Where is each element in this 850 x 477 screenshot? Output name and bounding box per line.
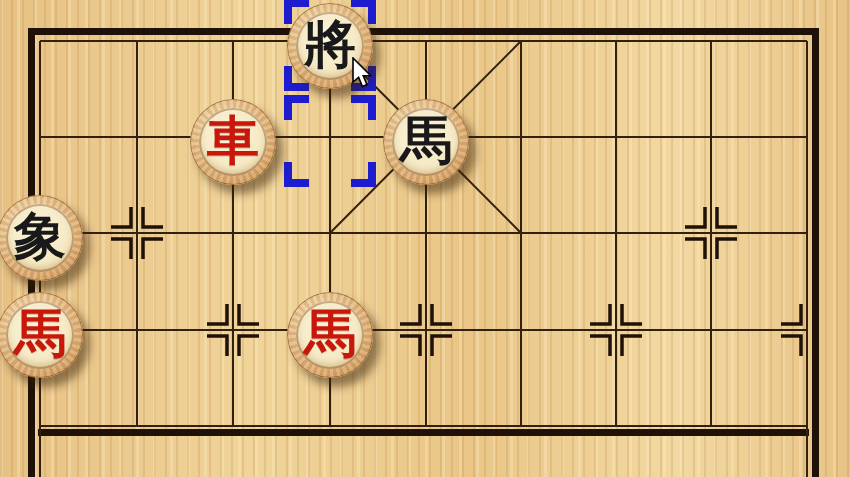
point-marker <box>590 304 610 324</box>
point-marker <box>781 336 801 356</box>
piece-glyph: 車 <box>207 115 259 167</box>
point-marker <box>207 304 227 324</box>
piece-face: 車 <box>199 108 267 176</box>
piece-black-horse[interactable]: 馬 <box>383 99 469 185</box>
selection-bracket-corner <box>284 95 309 120</box>
piece-face: 馬 <box>6 301 74 369</box>
piece-black-elephant[interactable]: 象 <box>0 195 83 281</box>
point-marker <box>781 304 801 324</box>
piece-red-chariot[interactable]: 車 <box>190 99 276 185</box>
piece-face: 將 <box>296 12 364 80</box>
piece-glyph: 將 <box>304 19 356 71</box>
point-marker <box>111 239 131 259</box>
point-marker <box>717 207 737 227</box>
piece-glyph: 象 <box>14 211 66 263</box>
point-marker <box>622 336 642 356</box>
xiangqi-board[interactable] <box>0 0 850 477</box>
point-marker <box>239 336 259 356</box>
point-marker <box>143 239 163 259</box>
point-marker <box>590 336 610 356</box>
point-marker <box>432 336 452 356</box>
selection-bracket-corner <box>284 162 309 187</box>
xiangqi-app-window: 將車馬象馬馬 <box>0 0 850 477</box>
piece-face: 馬 <box>392 108 460 176</box>
piece-red-horse-1[interactable]: 馬 <box>0 292 83 378</box>
point-marker <box>239 304 259 324</box>
point-marker <box>143 207 163 227</box>
selection-bracket-corner <box>351 95 376 120</box>
point-marker <box>622 304 642 324</box>
piece-glyph: 馬 <box>14 308 66 360</box>
piece-face: 象 <box>6 204 74 272</box>
point-marker <box>685 207 705 227</box>
point-marker <box>432 304 452 324</box>
move-target-marker <box>284 95 376 187</box>
piece-red-horse-2[interactable]: 馬 <box>287 292 373 378</box>
point-marker <box>717 239 737 259</box>
point-marker <box>400 336 420 356</box>
point-marker <box>207 336 227 356</box>
piece-black-general[interactable]: 將 <box>287 3 373 89</box>
selection-bracket-corner <box>351 162 376 187</box>
point-marker <box>400 304 420 324</box>
piece-face: 馬 <box>296 301 364 369</box>
piece-glyph: 馬 <box>304 308 356 360</box>
piece-glyph: 馬 <box>400 115 452 167</box>
point-marker <box>685 239 705 259</box>
point-marker <box>111 207 131 227</box>
